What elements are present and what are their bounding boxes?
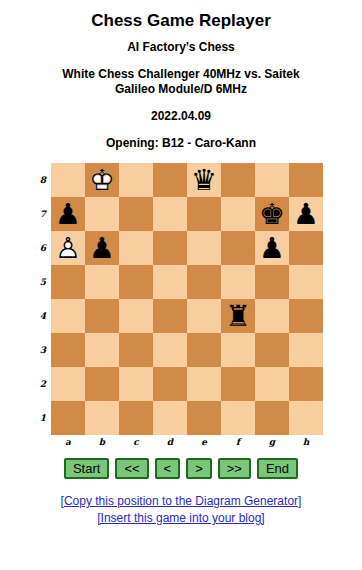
square-a1 <box>51 401 85 435</box>
back-button[interactable]: < <box>155 458 181 479</box>
file-label-b: b <box>85 435 119 449</box>
square-d8 <box>153 163 187 197</box>
page-title: Chess Game Replayer <box>0 0 362 31</box>
game-date: 2022.04.09 <box>0 109 362 123</box>
square-h5 <box>289 265 323 299</box>
chess-replayer-page: Chess Game Replayer AI Factory’s Chess W… <box>0 0 362 570</box>
square-h1 <box>289 401 323 435</box>
square-e1 <box>187 401 221 435</box>
square-d4 <box>153 299 187 333</box>
square-a3 <box>51 333 85 367</box>
square-f4: ♜ <box>221 299 255 333</box>
square-b2 <box>85 367 119 401</box>
square-c3 <box>119 333 153 367</box>
white-pawn-a6: ♟♙ <box>51 231 85 265</box>
square-e7 <box>187 197 221 231</box>
square-b3 <box>85 333 119 367</box>
fast-back-button[interactable]: << <box>115 458 148 479</box>
copy-position-link[interactable]: [Copy this position to the Diagram Gener… <box>0 493 362 510</box>
square-b5 <box>85 265 119 299</box>
rank-label-3: 3 <box>36 333 51 367</box>
square-f1 <box>221 401 255 435</box>
start-button[interactable]: Start <box>64 458 109 479</box>
rank-label-2: 2 <box>36 367 51 401</box>
square-h3 <box>289 333 323 367</box>
square-f7 <box>221 197 255 231</box>
square-g7: ♚ <box>255 197 289 231</box>
board-area: 87654321 ♚♔♛♟♚♟♟♙♟♟♜ <box>36 163 362 435</box>
square-g5 <box>255 265 289 299</box>
square-f6 <box>221 231 255 265</box>
square-d5 <box>153 265 187 299</box>
button-bar: Start<<<>>>End <box>0 458 362 479</box>
insert-game-link[interactable]: [Insert this game into your blog] <box>0 510 362 527</box>
black-rook-f4: ♜ <box>221 299 255 333</box>
square-b8: ♚♔ <box>85 163 119 197</box>
square-c1 <box>119 401 153 435</box>
rank-label-6: 6 <box>36 231 51 265</box>
black-queen-e8: ♛ <box>187 163 221 197</box>
rank-label-7: 7 <box>36 197 51 231</box>
square-h6 <box>289 231 323 265</box>
square-e2 <box>187 367 221 401</box>
file-label-d: d <box>153 435 187 449</box>
square-a8 <box>51 163 85 197</box>
square-a2 <box>51 367 85 401</box>
board: ♚♔♛♟♚♟♟♙♟♟♜ <box>51 163 323 435</box>
square-e6 <box>187 231 221 265</box>
square-b6: ♟ <box>85 231 119 265</box>
square-g4 <box>255 299 289 333</box>
square-e8: ♛ <box>187 163 221 197</box>
header: Chess Game Replayer AI Factory’s Chess W… <box>0 0 362 150</box>
square-d7 <box>153 197 187 231</box>
square-b7 <box>85 197 119 231</box>
square-c5 <box>119 265 153 299</box>
square-f3 <box>221 333 255 367</box>
square-f8 <box>221 163 255 197</box>
square-h2 <box>289 367 323 401</box>
square-a5 <box>51 265 85 299</box>
square-a7: ♟ <box>51 197 85 231</box>
file-label-g: g <box>255 435 289 449</box>
square-h7: ♟ <box>289 197 323 231</box>
fast-forward-button[interactable]: >> <box>218 458 251 479</box>
square-a6: ♟♙ <box>51 231 85 265</box>
black-pawn-g6: ♟ <box>255 231 289 265</box>
rank-label-5: 5 <box>36 265 51 299</box>
end-button[interactable]: End <box>257 458 298 479</box>
file-label-f: f <box>221 435 255 449</box>
links: [Copy this position to the Diagram Gener… <box>0 493 362 527</box>
square-d1 <box>153 401 187 435</box>
square-h8 <box>289 163 323 197</box>
square-g2 <box>255 367 289 401</box>
square-a4 <box>51 299 85 333</box>
matchup-text: White Chess Challenger 40MHz vs. Saitek … <box>50 67 312 97</box>
rank-label-1: 1 <box>36 401 51 435</box>
black-pawn-h7: ♟ <box>289 197 323 231</box>
square-c8 <box>119 163 153 197</box>
square-e3 <box>187 333 221 367</box>
black-pawn-b6: ♟ <box>85 231 119 265</box>
square-c6 <box>119 231 153 265</box>
forward-button[interactable]: > <box>186 458 212 479</box>
app-subtitle: AI Factory’s Chess <box>0 40 362 54</box>
square-d6 <box>153 231 187 265</box>
square-d3 <box>153 333 187 367</box>
file-label-a: a <box>51 435 85 449</box>
file-labels: abcdefgh <box>51 435 362 449</box>
square-e5 <box>187 265 221 299</box>
square-d2 <box>153 367 187 401</box>
square-c4 <box>119 299 153 333</box>
square-f5 <box>221 265 255 299</box>
black-pawn-a7: ♟ <box>51 197 85 231</box>
square-b1 <box>85 401 119 435</box>
square-h4 <box>289 299 323 333</box>
black-king-g7: ♚ <box>255 197 289 231</box>
white-king-b8: ♚♔ <box>85 163 119 197</box>
square-g1 <box>255 401 289 435</box>
rank-labels: 87654321 <box>36 163 51 435</box>
opening-name: Opening: B12 - Caro-Kann <box>0 136 362 150</box>
square-b4 <box>85 299 119 333</box>
square-e4 <box>187 299 221 333</box>
square-f2 <box>221 367 255 401</box>
square-c2 <box>119 367 153 401</box>
file-label-h: h <box>289 435 323 449</box>
square-g8 <box>255 163 289 197</box>
square-g3 <box>255 333 289 367</box>
rank-label-4: 4 <box>36 299 51 333</box>
square-g6: ♟ <box>255 231 289 265</box>
file-label-e: e <box>187 435 221 449</box>
rank-label-8: 8 <box>36 163 51 197</box>
file-label-c: c <box>119 435 153 449</box>
square-c7 <box>119 197 153 231</box>
